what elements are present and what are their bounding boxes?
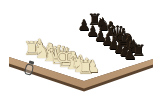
frame-nail [121, 37, 123, 38]
board-square [49, 58, 65, 64]
chess-piece-white-pawn: ♟ [59, 48, 74, 65]
chess-piece-white-bishop: ♝ [40, 41, 61, 65]
board-square [51, 64, 66, 69]
board-square [130, 56, 143, 62]
frame-nail [136, 62, 137, 63]
frame-nail [114, 32, 116, 33]
board-square [122, 59, 135, 65]
chess-piece-white-rook: ♜ [23, 39, 40, 58]
board-square [42, 61, 57, 67]
frame-nail [55, 70, 57, 71]
board-square [23, 54, 40, 61]
board-square [73, 55, 88, 62]
frame-nail [17, 55, 19, 56]
frame-nail [24, 52, 26, 53]
frame-nail [132, 47, 134, 48]
board-square [108, 40, 124, 48]
board-square [64, 43, 81, 51]
board-square [48, 50, 65, 57]
chess-piece-white-pawn: ♟ [42, 41, 57, 58]
chess-piece-white-knight: ♞ [70, 54, 89, 76]
board-square [81, 51, 97, 58]
board-square [46, 42, 64, 51]
board-square [85, 72, 97, 76]
frame-nail [32, 48, 34, 49]
frame-nail [145, 60, 146, 61]
chess-piece-black-pawn: ♟ [124, 47, 137, 62]
board-square [87, 61, 101, 67]
frame-nail [90, 18, 93, 20]
board-square [79, 69, 92, 74]
chess-piece-black-pawn: ♟ [101, 33, 114, 48]
chess-piece-white-pawn: ♟ [79, 56, 94, 73]
frame-nail [138, 51, 140, 52]
board-square [58, 61, 73, 67]
board-square [73, 61, 87, 67]
chess-set-photo: ♜♟♞♟♝♟♛♟♚♟♝♟♟♞♜♟♟♜♞♟♟♝♟♛♟♟♚♟♝♟♞♜ [0, 0, 160, 99]
chess-piece-black-bishop: ♝ [120, 33, 137, 52]
fold-seam [45, 38, 115, 71]
board-square [56, 47, 73, 55]
frame-nail [146, 57, 148, 58]
board-square [125, 52, 139, 58]
chess-piece-white-pawn: ♟ [50, 45, 65, 62]
board-square [73, 72, 86, 76]
frame-nail [128, 65, 129, 66]
frame-nail [142, 54, 144, 55]
board-square [73, 67, 86, 72]
board-square [80, 64, 94, 69]
board-square [100, 35, 117, 44]
board-square [65, 51, 81, 58]
chess-piece-black-pawn: ♟ [113, 41, 126, 56]
frame-nail [97, 19, 99, 21]
chess-piece-white-queen: ♛ [47, 42, 70, 68]
chess-piece-white-pawn: ♟ [85, 58, 100, 75]
chess-piece-black-rook: ♜ [88, 12, 102, 28]
board-square [105, 48, 120, 55]
board-square [95, 58, 109, 64]
board-square [96, 52, 111, 59]
board-square [73, 28, 92, 39]
board-square [114, 44, 129, 52]
board-square [117, 55, 131, 61]
board-square [73, 38, 91, 47]
board-square [92, 69, 104, 74]
frame-nail [18, 58, 20, 59]
board-square [80, 58, 94, 64]
chess-piece-black-king: ♚ [114, 27, 134, 49]
board-square [40, 54, 57, 61]
frame-nail [63, 73, 65, 74]
frame-nail [69, 75, 71, 76]
box-side-face [0, 0, 160, 99]
frame-nail [106, 72, 107, 73]
board-square [30, 50, 48, 57]
board-square [91, 39, 108, 48]
board-square [93, 64, 106, 69]
board-square [59, 67, 73, 72]
chess-piece-white-pawn: ♟ [66, 51, 81, 68]
board-square [82, 34, 100, 43]
board-square [65, 58, 80, 64]
chess-piece-white-rook: ♜ [77, 58, 94, 77]
frame-nail [49, 39, 51, 40]
board-square [120, 48, 134, 55]
board-square [79, 74, 91, 78]
chess-piece-black-rook: ♜ [132, 43, 146, 59]
chess-piece-black-pawn: ♟ [108, 37, 121, 52]
chess-piece-white-knight: ♞ [32, 40, 51, 62]
chess-piece-black-pawn: ♟ [119, 44, 132, 59]
board-square [66, 64, 80, 69]
board-square [106, 64, 119, 69]
chess-piece-black-queen: ♛ [108, 23, 127, 44]
board-square [88, 55, 103, 61]
board-square [54, 37, 73, 46]
board-square [57, 54, 73, 61]
board-square [81, 43, 98, 51]
chess-piece-black-bishop: ♝ [102, 20, 119, 39]
board-square [98, 44, 114, 52]
frame-nail [120, 68, 121, 69]
chess-piece-black-pawn: ♟ [86, 24, 99, 39]
chess-piece-black-pawn: ♟ [94, 29, 107, 44]
frame-nail [40, 44, 42, 45]
board-square [73, 47, 89, 55]
chess-piece-white-pawn: ♟ [73, 53, 88, 70]
board-square [89, 48, 105, 55]
board-square [38, 46, 56, 54]
board-square [101, 61, 114, 66]
frame-nail [58, 35, 60, 36]
frame-nail [68, 30, 70, 31]
board-square [33, 57, 49, 63]
board-square [99, 67, 111, 72]
board-square [83, 22, 103, 33]
frame-nail [113, 70, 114, 71]
chess-piece-white-bishop: ♝ [63, 49, 84, 73]
chess-piece-black-pawn: ♟ [78, 18, 91, 33]
frame-nail [38, 65, 40, 66]
chess-piece-black-knight: ♞ [126, 38, 142, 56]
frame-nail [127, 42, 129, 43]
board-square [66, 69, 79, 74]
chess-piece-white-king: ♚ [54, 44, 78, 71]
frame-nail [78, 24, 80, 25]
board-square [103, 55, 117, 61]
chess-piece-black-knight: ♞ [95, 16, 111, 34]
frame-nail [106, 26, 108, 27]
board-square [111, 52, 125, 59]
board-square [63, 33, 82, 43]
board-square [114, 62, 127, 67]
board-square [86, 67, 99, 72]
chess-piece-white-pawn: ♟ [32, 38, 47, 55]
board-square [92, 29, 110, 39]
board-square [109, 58, 122, 64]
frame-nail [47, 67, 49, 68]
